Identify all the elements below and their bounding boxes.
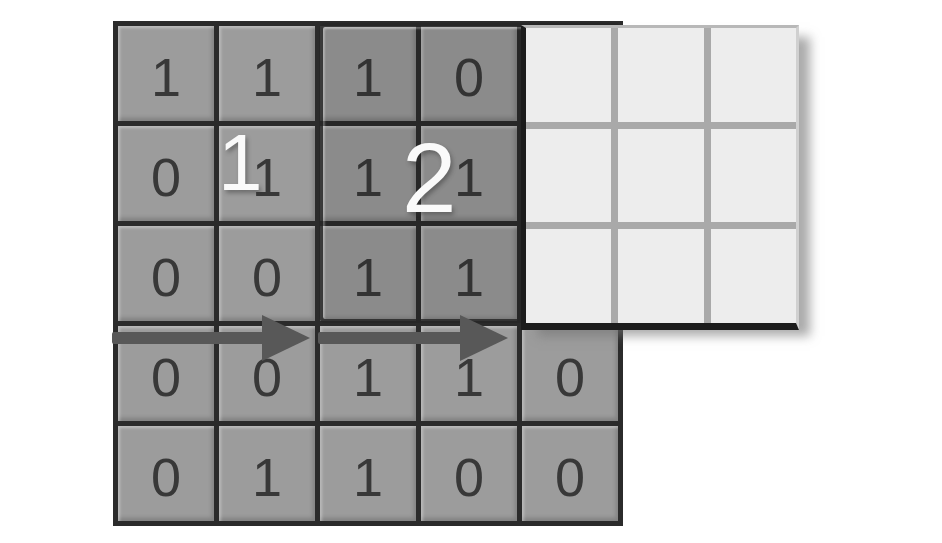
step-label-1: 1 [218, 123, 263, 203]
output-cell [526, 229, 611, 323]
output-cell [618, 229, 703, 323]
output-cell [526, 28, 611, 122]
output-cell [711, 28, 796, 122]
input-cell: 0 [118, 426, 214, 521]
convolution-diagram: 1 1 1 0 0 1 1 1 0 0 1 1 0 0 1 1 0 0 1 1 … [0, 0, 942, 543]
input-cell: 0 [219, 226, 315, 321]
output-cell [618, 28, 703, 122]
step-label-2: 2 [402, 129, 457, 227]
output-cell [711, 229, 796, 323]
input-cell: 0 [522, 426, 618, 521]
input-cell: 0 [522, 326, 618, 421]
input-cell: 1 [219, 426, 315, 521]
slide-arrows [110, 311, 512, 365]
input-cell: 0 [118, 126, 214, 221]
arrow-right-icon [112, 315, 310, 361]
input-cell: 0 [118, 226, 214, 321]
output-cell [618, 129, 703, 223]
output-grid [521, 25, 799, 330]
input-cell: 1 [118, 26, 214, 121]
output-cell [526, 129, 611, 223]
output-cell [711, 129, 796, 223]
arrow-right-icon [318, 315, 508, 361]
input-cell: 1 [219, 26, 315, 121]
input-cell: 1 [320, 426, 416, 521]
input-cell: 0 [421, 426, 517, 521]
